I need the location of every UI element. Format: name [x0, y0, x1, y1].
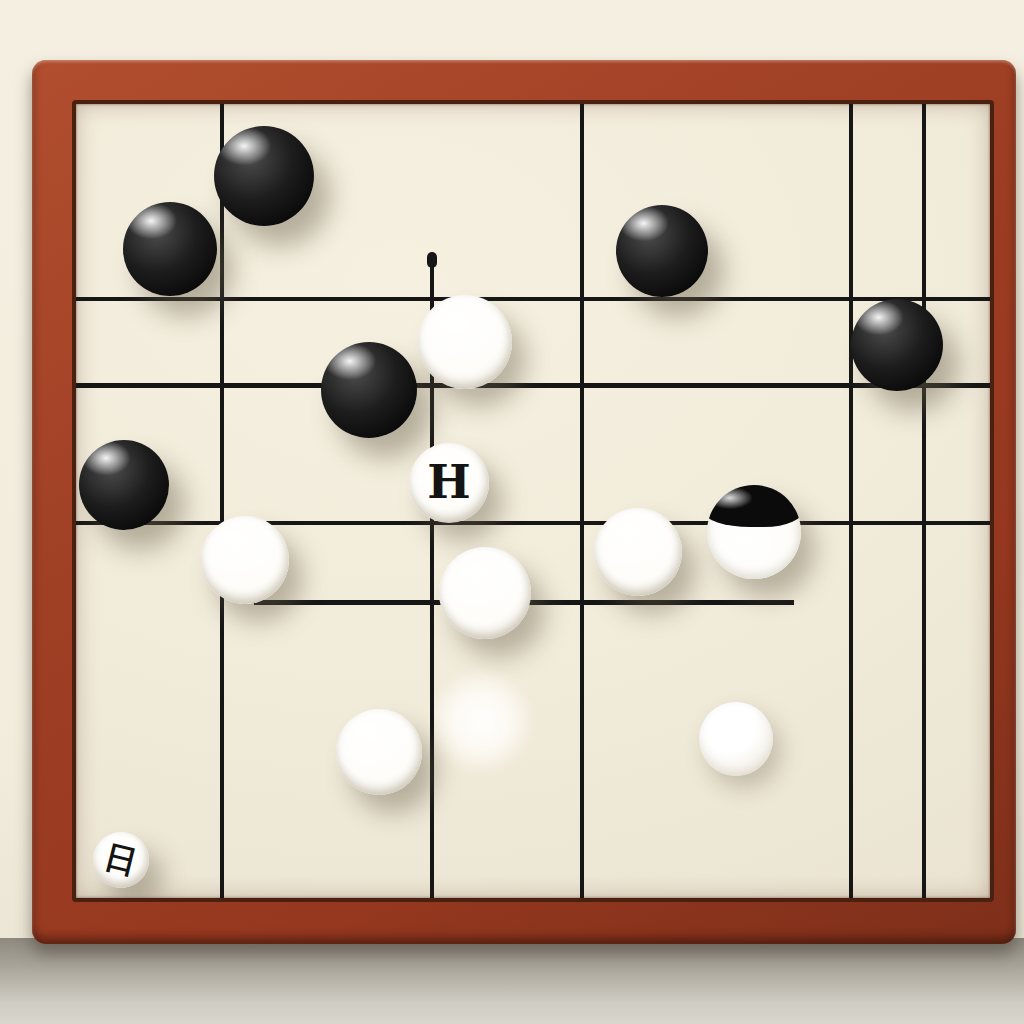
black-stone[interactable]	[851, 299, 943, 391]
black-stone[interactable]	[616, 205, 708, 297]
grid-line	[76, 521, 994, 525]
black-stone[interactable]	[214, 126, 314, 226]
black-stone[interactable]	[321, 342, 417, 438]
grid-line	[849, 104, 853, 902]
board[interactable]: H日	[72, 100, 994, 902]
marked-white-stone-h[interactable]: H	[409, 443, 489, 523]
white-stone[interactable]	[418, 295, 512, 389]
floor-shadow	[0, 938, 1024, 1024]
line-end-blob	[427, 252, 437, 268]
stone-glyph: 日	[102, 840, 141, 879]
grid-line	[580, 104, 584, 902]
black-capped-white-stone[interactable]	[707, 485, 801, 579]
black-cap-overlay	[707, 485, 801, 527]
stone-glyph: H	[427, 459, 470, 505]
grid-line	[220, 104, 224, 902]
black-stone[interactable]	[123, 202, 217, 296]
white-stone[interactable]	[201, 516, 289, 604]
white-stone[interactable]	[336, 709, 422, 795]
black-stone[interactable]	[79, 440, 169, 530]
marked-corner-stone[interactable]: 日	[93, 832, 149, 888]
white-stone[interactable]	[439, 547, 531, 639]
scene: H日	[0, 0, 1024, 1024]
board-frame: H日	[32, 60, 1016, 944]
ghost-white-stone[interactable]	[426, 666, 536, 776]
white-stone[interactable]	[594, 508, 682, 596]
grid-line	[922, 104, 926, 902]
grid-line	[76, 297, 994, 301]
round-white-stone[interactable]	[699, 702, 773, 776]
grid-line	[76, 383, 994, 388]
